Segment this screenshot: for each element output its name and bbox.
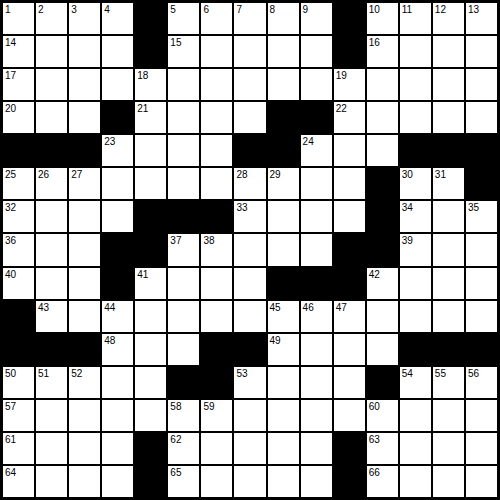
white-square-r8c9[interactable] bbox=[268, 234, 299, 265]
clue-number-54: 54 bbox=[402, 368, 413, 379]
white-square-r11c5[interactable] bbox=[135, 334, 166, 365]
white-square-r5c6[interactable] bbox=[168, 135, 199, 166]
white-square-r6c2[interactable]: 26 bbox=[36, 168, 67, 199]
white-square-r15c14[interactable] bbox=[433, 466, 464, 497]
black-square-r11c3 bbox=[69, 334, 100, 365]
white-square-r6c13[interactable]: 30 bbox=[400, 168, 431, 199]
white-square-r2c6[interactable]: 15 bbox=[168, 36, 199, 67]
white-square-r6c6[interactable] bbox=[168, 168, 199, 199]
black-square-r5c8 bbox=[234, 135, 265, 166]
white-square-r13c10[interactable] bbox=[301, 400, 332, 431]
white-square-r6c9[interactable]: 29 bbox=[268, 168, 299, 199]
white-square-r8c2[interactable] bbox=[36, 234, 67, 265]
clue-number-19: 19 bbox=[336, 70, 347, 81]
white-square-r4c14[interactable] bbox=[433, 102, 464, 133]
white-square-r13c12[interactable]: 60 bbox=[367, 400, 398, 431]
white-square-r6c14[interactable]: 31 bbox=[433, 168, 464, 199]
white-square-r4c6[interactable] bbox=[168, 102, 199, 133]
black-square-r11c15 bbox=[466, 334, 497, 365]
clue-number-8: 8 bbox=[270, 4, 276, 15]
black-square-r2c5 bbox=[135, 36, 166, 67]
clue-number-63: 63 bbox=[369, 434, 380, 445]
white-square-r14c3[interactable] bbox=[69, 433, 100, 464]
black-square-r4c9 bbox=[268, 102, 299, 133]
white-square-r3c3[interactable] bbox=[69, 69, 100, 100]
black-square-r7c6 bbox=[168, 201, 199, 232]
black-square-r8c5 bbox=[135, 234, 166, 265]
white-square-r3c14[interactable] bbox=[433, 69, 464, 100]
white-square-r11c12[interactable] bbox=[367, 334, 398, 365]
clue-number-59: 59 bbox=[203, 401, 214, 412]
clue-number-33: 33 bbox=[236, 202, 247, 213]
white-square-r13c6[interactable]: 58 bbox=[168, 400, 199, 431]
clue-number-2: 2 bbox=[38, 4, 44, 15]
clue-number-32: 32 bbox=[5, 202, 16, 213]
white-square-r11c10[interactable] bbox=[301, 334, 332, 365]
white-square-r2c7[interactable] bbox=[201, 36, 232, 67]
white-square-r15c10[interactable] bbox=[301, 466, 332, 497]
clue-number-17: 17 bbox=[5, 70, 16, 81]
white-square-r4c8[interactable] bbox=[234, 102, 265, 133]
white-square-r8c15[interactable] bbox=[466, 234, 497, 265]
black-square-r5c15 bbox=[466, 135, 497, 166]
black-square-r12c12 bbox=[367, 367, 398, 398]
white-square-r8c6[interactable]: 37 bbox=[168, 234, 199, 265]
white-square-r10c8[interactable] bbox=[234, 301, 265, 332]
white-square-r10c6[interactable] bbox=[168, 301, 199, 332]
black-square-r15c11 bbox=[334, 466, 365, 497]
clue-number-43: 43 bbox=[38, 302, 49, 313]
black-square-r2c11 bbox=[334, 36, 365, 67]
white-square-r13c8[interactable] bbox=[234, 400, 265, 431]
white-square-r15c8[interactable] bbox=[234, 466, 265, 497]
clue-number-15: 15 bbox=[170, 37, 181, 48]
black-square-r5c2 bbox=[36, 135, 67, 166]
white-square-r8c13[interactable]: 39 bbox=[400, 234, 431, 265]
white-square-r3c8[interactable] bbox=[234, 69, 265, 100]
clue-number-29: 29 bbox=[270, 169, 281, 180]
white-square-r13c9[interactable] bbox=[268, 400, 299, 431]
white-square-r12c14[interactable]: 55 bbox=[433, 367, 464, 398]
black-square-r9c10 bbox=[301, 268, 332, 299]
clue-number-48: 48 bbox=[104, 335, 115, 346]
white-square-r15c2[interactable] bbox=[36, 466, 67, 497]
white-square-r12c13[interactable]: 54 bbox=[400, 367, 431, 398]
white-square-r14c7[interactable] bbox=[201, 433, 232, 464]
black-square-r7c5 bbox=[135, 201, 166, 232]
clue-number-58: 58 bbox=[170, 401, 181, 412]
clue-number-66: 66 bbox=[369, 467, 380, 478]
clue-number-53: 53 bbox=[236, 368, 247, 379]
white-square-r10c5[interactable] bbox=[135, 301, 166, 332]
white-square-r10c7[interactable] bbox=[201, 301, 232, 332]
clue-number-47: 47 bbox=[336, 302, 347, 313]
white-square-r1c14[interactable]: 12 bbox=[433, 3, 464, 34]
white-square-r7c2[interactable] bbox=[36, 201, 67, 232]
black-square-r5c9 bbox=[268, 135, 299, 166]
white-square-r1c7[interactable]: 6 bbox=[201, 3, 232, 34]
white-square-r1c13[interactable]: 11 bbox=[400, 3, 431, 34]
white-square-r12c2[interactable]: 51 bbox=[36, 367, 67, 398]
white-square-r3c6[interactable] bbox=[168, 69, 199, 100]
clue-number-42: 42 bbox=[369, 269, 380, 280]
white-square-r10c2[interactable]: 43 bbox=[36, 301, 67, 332]
white-square-r6c1[interactable]: 25 bbox=[3, 168, 34, 199]
white-square-r12c15[interactable]: 56 bbox=[466, 367, 497, 398]
black-square-r11c7 bbox=[201, 334, 232, 365]
white-square-r4c5[interactable]: 21 bbox=[135, 102, 166, 133]
white-square-r1c2[interactable]: 2 bbox=[36, 3, 67, 34]
clue-number-25: 25 bbox=[5, 169, 16, 180]
white-square-r14c1[interactable]: 61 bbox=[3, 433, 34, 464]
black-square-r14c11 bbox=[334, 433, 365, 464]
clue-number-4: 4 bbox=[104, 4, 110, 15]
white-square-r4c2[interactable] bbox=[36, 102, 67, 133]
white-square-r2c4[interactable] bbox=[102, 36, 133, 67]
white-square-r13c3[interactable] bbox=[69, 400, 100, 431]
black-square-r5c1 bbox=[3, 135, 34, 166]
white-square-r14c15[interactable] bbox=[466, 433, 497, 464]
white-square-r1c6[interactable]: 5 bbox=[168, 3, 199, 34]
white-square-r7c4[interactable] bbox=[102, 201, 133, 232]
white-square-r13c4[interactable] bbox=[102, 400, 133, 431]
white-square-r8c7[interactable]: 38 bbox=[201, 234, 232, 265]
white-square-r3c11[interactable]: 19 bbox=[334, 69, 365, 100]
white-square-r4c1[interactable]: 20 bbox=[3, 102, 34, 133]
white-square-r7c3[interactable] bbox=[69, 201, 100, 232]
clue-number-23: 23 bbox=[104, 136, 115, 147]
white-square-r6c4[interactable] bbox=[102, 168, 133, 199]
white-square-r13c15[interactable] bbox=[466, 400, 497, 431]
white-square-r10c12[interactable] bbox=[367, 301, 398, 332]
white-square-r11c11[interactable] bbox=[334, 334, 365, 365]
black-square-r9c9 bbox=[268, 268, 299, 299]
white-square-r15c13[interactable] bbox=[400, 466, 431, 497]
white-square-r1c10[interactable]: 9 bbox=[301, 3, 332, 34]
white-square-r8c3[interactable] bbox=[69, 234, 100, 265]
white-square-r10c4[interactable]: 44 bbox=[102, 301, 133, 332]
black-square-r6c15 bbox=[466, 168, 497, 199]
black-square-r15c5 bbox=[135, 466, 166, 497]
white-square-r11c6[interactable] bbox=[168, 334, 199, 365]
black-square-r7c7 bbox=[201, 201, 232, 232]
black-square-r11c2 bbox=[36, 334, 67, 365]
white-square-r10c3[interactable] bbox=[69, 301, 100, 332]
white-square-r5c4[interactable]: 23 bbox=[102, 135, 133, 166]
white-square-r1c1[interactable]: 1 bbox=[3, 3, 34, 34]
clue-number-5: 5 bbox=[170, 4, 176, 15]
white-square-r7c11[interactable] bbox=[334, 201, 365, 232]
clue-number-55: 55 bbox=[435, 368, 446, 379]
clue-number-16: 16 bbox=[369, 37, 380, 48]
clue-number-13: 13 bbox=[468, 4, 479, 15]
white-square-r10c13[interactable] bbox=[400, 301, 431, 332]
white-square-r14c12[interactable]: 63 bbox=[367, 433, 398, 464]
white-square-r3c13[interactable] bbox=[400, 69, 431, 100]
white-square-r15c3[interactable] bbox=[69, 466, 100, 497]
white-square-r12c1[interactable]: 50 bbox=[3, 367, 34, 398]
white-square-r9c2[interactable] bbox=[36, 268, 67, 299]
black-square-r11c13 bbox=[400, 334, 431, 365]
black-square-r9c11 bbox=[334, 268, 365, 299]
white-square-r4c13[interactable] bbox=[400, 102, 431, 133]
white-square-r13c2[interactable] bbox=[36, 400, 67, 431]
black-square-r12c6 bbox=[168, 367, 199, 398]
white-square-r7c8[interactable]: 33 bbox=[234, 201, 265, 232]
black-square-r14c5 bbox=[135, 433, 166, 464]
white-square-r1c12[interactable]: 10 bbox=[367, 3, 398, 34]
white-square-r15c6[interactable]: 65 bbox=[168, 466, 199, 497]
clue-number-40: 40 bbox=[5, 269, 16, 280]
white-square-r11c4[interactable]: 48 bbox=[102, 334, 133, 365]
white-square-r4c3[interactable] bbox=[69, 102, 100, 133]
black-square-r4c4 bbox=[102, 102, 133, 133]
clue-number-28: 28 bbox=[236, 169, 247, 180]
white-square-r2c9[interactable] bbox=[268, 36, 299, 67]
clue-number-24: 24 bbox=[303, 136, 314, 147]
white-square-r5c12[interactable] bbox=[367, 135, 398, 166]
white-square-r1c8[interactable]: 7 bbox=[234, 3, 265, 34]
black-square-r5c13 bbox=[400, 135, 431, 166]
white-square-r6c7[interactable] bbox=[201, 168, 232, 199]
clue-number-39: 39 bbox=[402, 235, 413, 246]
white-square-r9c14[interactable] bbox=[433, 268, 464, 299]
white-square-r14c8[interactable] bbox=[234, 433, 265, 464]
white-square-r12c11[interactable] bbox=[334, 367, 365, 398]
black-square-r8c4 bbox=[102, 234, 133, 265]
white-square-r7c13[interactable]: 34 bbox=[400, 201, 431, 232]
white-square-r7c9[interactable] bbox=[268, 201, 299, 232]
white-square-r12c10[interactable] bbox=[301, 367, 332, 398]
clue-number-1: 1 bbox=[5, 4, 11, 15]
white-square-r6c10[interactable] bbox=[301, 168, 332, 199]
clue-number-35: 35 bbox=[468, 202, 479, 213]
white-square-r14c2[interactable] bbox=[36, 433, 67, 464]
clue-number-60: 60 bbox=[369, 401, 380, 412]
clue-number-34: 34 bbox=[402, 202, 413, 213]
clue-number-44: 44 bbox=[104, 302, 115, 313]
black-square-r4c10 bbox=[301, 102, 332, 133]
clue-number-50: 50 bbox=[5, 368, 16, 379]
white-square-r13c13[interactable] bbox=[400, 400, 431, 431]
white-square-r5c10[interactable]: 24 bbox=[301, 135, 332, 166]
white-square-r15c7[interactable] bbox=[201, 466, 232, 497]
black-square-r1c11 bbox=[334, 3, 365, 34]
clue-number-57: 57 bbox=[5, 401, 16, 412]
white-square-r8c10[interactable] bbox=[301, 234, 332, 265]
white-square-r2c12[interactable]: 16 bbox=[367, 36, 398, 67]
white-square-r3c2[interactable] bbox=[36, 69, 67, 100]
white-square-r5c5[interactable] bbox=[135, 135, 166, 166]
white-square-r4c12[interactable] bbox=[367, 102, 398, 133]
black-square-r11c8 bbox=[234, 334, 265, 365]
white-square-r15c4[interactable] bbox=[102, 466, 133, 497]
white-square-r13c7[interactable]: 59 bbox=[201, 400, 232, 431]
white-square-r8c1[interactable]: 36 bbox=[3, 234, 34, 265]
white-square-r13c1[interactable]: 57 bbox=[3, 400, 34, 431]
black-square-r12c7 bbox=[201, 367, 232, 398]
clue-number-22: 22 bbox=[336, 103, 347, 114]
white-square-r3c1[interactable]: 17 bbox=[3, 69, 34, 100]
white-square-r13c11[interactable] bbox=[334, 400, 365, 431]
clue-number-41: 41 bbox=[137, 269, 148, 280]
white-square-r2c2[interactable] bbox=[36, 36, 67, 67]
white-square-r9c1[interactable]: 40 bbox=[3, 268, 34, 299]
white-square-r13c5[interactable] bbox=[135, 400, 166, 431]
clue-number-52: 52 bbox=[71, 368, 82, 379]
white-square-r4c15[interactable] bbox=[466, 102, 497, 133]
white-square-r1c4[interactable]: 4 bbox=[102, 3, 133, 34]
white-square-r15c1[interactable]: 64 bbox=[3, 466, 34, 497]
clue-number-27: 27 bbox=[71, 169, 82, 180]
white-square-r11c9[interactable]: 49 bbox=[268, 334, 299, 365]
black-square-r6c12 bbox=[367, 168, 398, 199]
clue-number-18: 18 bbox=[137, 70, 148, 81]
black-square-r9c4 bbox=[102, 268, 133, 299]
black-square-r8c12 bbox=[367, 234, 398, 265]
white-square-r12c9[interactable] bbox=[268, 367, 299, 398]
white-square-r8c14[interactable] bbox=[433, 234, 464, 265]
black-square-r11c1 bbox=[3, 334, 34, 365]
white-square-r9c13[interactable] bbox=[400, 268, 431, 299]
white-square-r4c7[interactable] bbox=[201, 102, 232, 133]
clue-number-7: 7 bbox=[236, 4, 242, 15]
white-square-r14c14[interactable] bbox=[433, 433, 464, 464]
clue-number-46: 46 bbox=[303, 302, 314, 313]
white-square-r3c15[interactable] bbox=[466, 69, 497, 100]
white-square-r10c10[interactable]: 46 bbox=[301, 301, 332, 332]
clue-number-9: 9 bbox=[303, 4, 309, 15]
white-square-r5c11[interactable] bbox=[334, 135, 365, 166]
white-square-r10c11[interactable]: 47 bbox=[334, 301, 365, 332]
clue-number-65: 65 bbox=[170, 467, 181, 478]
white-square-r9c15[interactable] bbox=[466, 268, 497, 299]
white-square-r2c15[interactable] bbox=[466, 36, 497, 67]
black-square-r10c1 bbox=[3, 301, 34, 332]
white-square-r12c3[interactable]: 52 bbox=[69, 367, 100, 398]
black-square-r5c3 bbox=[69, 135, 100, 166]
white-square-r7c1[interactable]: 32 bbox=[3, 201, 34, 232]
clue-number-11: 11 bbox=[402, 4, 412, 15]
white-square-r12c8[interactable]: 53 bbox=[234, 367, 265, 398]
white-square-r12c5[interactable] bbox=[135, 367, 166, 398]
white-square-r7c14[interactable] bbox=[433, 201, 464, 232]
clue-number-31: 31 bbox=[435, 169, 446, 180]
clue-number-14: 14 bbox=[5, 37, 16, 48]
white-square-r3c12[interactable] bbox=[367, 69, 398, 100]
black-square-r8c11 bbox=[334, 234, 365, 265]
white-square-r9c7[interactable] bbox=[201, 268, 232, 299]
clue-number-21: 21 bbox=[137, 103, 148, 114]
white-square-r1c15[interactable]: 13 bbox=[466, 3, 497, 34]
black-square-r5c14 bbox=[433, 135, 464, 166]
white-square-r6c5[interactable] bbox=[135, 168, 166, 199]
clue-number-37: 37 bbox=[170, 235, 181, 246]
white-square-r8c8[interactable] bbox=[234, 234, 265, 265]
clue-number-36: 36 bbox=[5, 235, 16, 246]
white-square-r2c8[interactable] bbox=[234, 36, 265, 67]
clue-number-30: 30 bbox=[402, 169, 413, 180]
white-square-r13c14[interactable] bbox=[433, 400, 464, 431]
clue-number-3: 3 bbox=[71, 4, 77, 15]
white-square-r9c6[interactable] bbox=[168, 268, 199, 299]
white-square-r10c14[interactable] bbox=[433, 301, 464, 332]
white-square-r14c6[interactable]: 62 bbox=[168, 433, 199, 464]
crossword-board: 1234567891011121314151617181920212223242… bbox=[0, 0, 500, 500]
clue-number-10: 10 bbox=[369, 4, 380, 15]
black-square-r1c5 bbox=[135, 3, 166, 34]
white-square-r10c9[interactable]: 45 bbox=[268, 301, 299, 332]
white-square-r14c13[interactable] bbox=[400, 433, 431, 464]
white-square-r14c10[interactable] bbox=[301, 433, 332, 464]
white-square-r15c15[interactable] bbox=[466, 466, 497, 497]
white-square-r15c12[interactable]: 66 bbox=[367, 466, 398, 497]
white-square-r6c3[interactable]: 27 bbox=[69, 168, 100, 199]
clue-number-56: 56 bbox=[468, 368, 479, 379]
white-square-r2c1[interactable]: 14 bbox=[3, 36, 34, 67]
white-square-r14c9[interactable] bbox=[268, 433, 299, 464]
clue-number-51: 51 bbox=[38, 368, 49, 379]
white-square-r2c3[interactable] bbox=[69, 36, 100, 67]
white-square-r10c15[interactable] bbox=[466, 301, 497, 332]
white-square-r3c9[interactable] bbox=[268, 69, 299, 100]
white-square-r4c11[interactable]: 22 bbox=[334, 102, 365, 133]
clue-number-61: 61 bbox=[5, 434, 16, 445]
white-square-r6c11[interactable] bbox=[334, 168, 365, 199]
clue-number-64: 64 bbox=[5, 467, 16, 478]
clue-number-6: 6 bbox=[203, 4, 209, 15]
white-square-r3c10[interactable] bbox=[301, 69, 332, 100]
white-square-r3c7[interactable] bbox=[201, 69, 232, 100]
white-square-r7c10[interactable] bbox=[301, 201, 332, 232]
black-square-r7c12 bbox=[367, 201, 398, 232]
white-square-r1c3[interactable]: 3 bbox=[69, 3, 100, 34]
clue-number-62: 62 bbox=[170, 434, 181, 445]
white-square-r2c10[interactable] bbox=[301, 36, 332, 67]
clue-number-12: 12 bbox=[435, 4, 446, 15]
white-square-r9c5[interactable]: 41 bbox=[135, 268, 166, 299]
black-square-r11c14 bbox=[433, 334, 464, 365]
white-square-r2c13[interactable] bbox=[400, 36, 431, 67]
white-square-r1c9[interactable]: 8 bbox=[268, 3, 299, 34]
clue-number-38: 38 bbox=[203, 235, 214, 246]
clue-number-26: 26 bbox=[38, 169, 49, 180]
white-square-r2c14[interactable] bbox=[433, 36, 464, 67]
clue-number-49: 49 bbox=[270, 335, 281, 346]
white-square-r3c5[interactable]: 18 bbox=[135, 69, 166, 100]
white-square-r9c3[interactable] bbox=[69, 268, 100, 299]
white-square-r6c8[interactable]: 28 bbox=[234, 168, 265, 199]
white-square-r5c7[interactable] bbox=[201, 135, 232, 166]
white-square-r12c4[interactable] bbox=[102, 367, 133, 398]
clue-number-45: 45 bbox=[270, 302, 281, 313]
white-square-r7c15[interactable]: 35 bbox=[466, 201, 497, 232]
white-square-r14c4[interactable] bbox=[102, 433, 133, 464]
clue-number-20: 20 bbox=[5, 103, 16, 114]
white-square-r9c8[interactable] bbox=[234, 268, 265, 299]
white-square-r15c9[interactable] bbox=[268, 466, 299, 497]
white-square-r9c12[interactable]: 42 bbox=[367, 268, 398, 299]
white-square-r3c4[interactable] bbox=[102, 69, 133, 100]
